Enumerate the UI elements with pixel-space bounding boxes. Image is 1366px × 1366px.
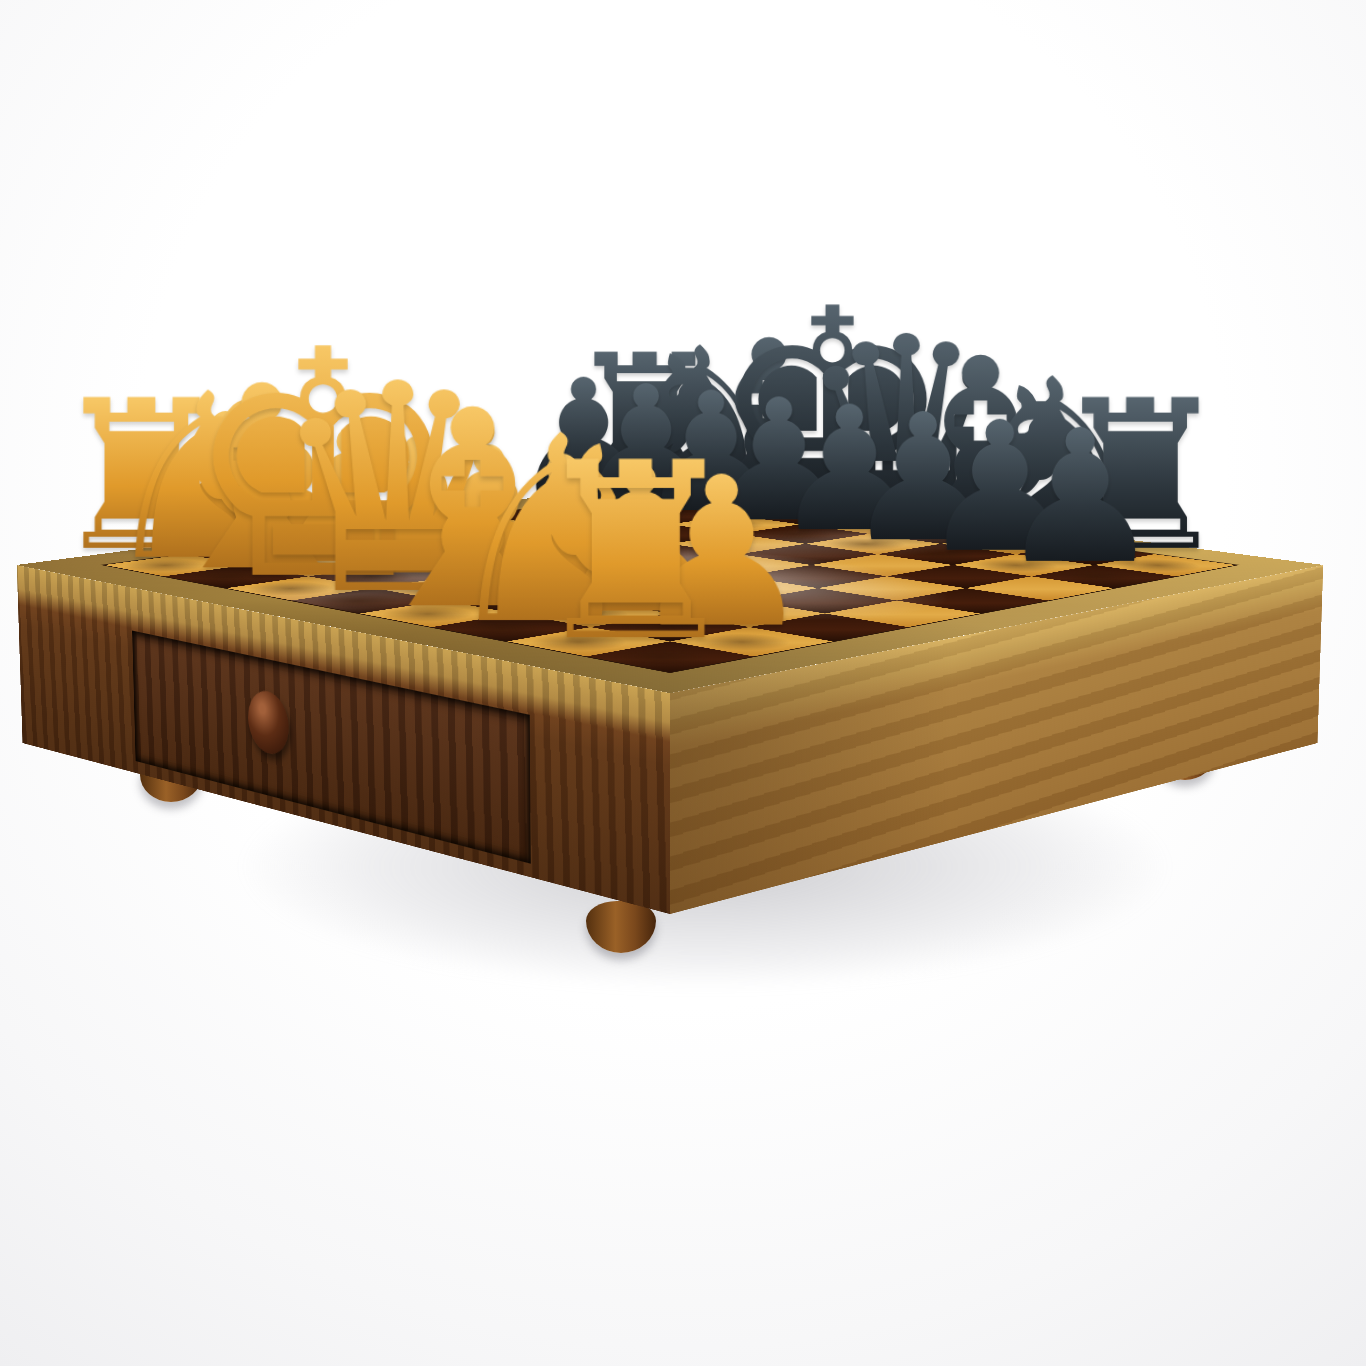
perspective-wrapper: ♜♞♝♛♚♝♞♜♟♟♟♟♟♟♟♟♟♟♟♟♟♟♟♟♜♞♝♛♚♝♞♜: [0, 0, 1366, 1366]
chess-box-3d: ♜♞♝♛♚♝♞♜♟♟♟♟♟♟♟♟♟♟♟♟♟♟♟♟♜♞♝♛♚♝♞♜: [17, 480, 1324, 693]
drawer-knob: [247, 687, 289, 758]
piece-white-rook-a1: ♜: [526, 443, 745, 663]
drawer-front: [132, 631, 530, 864]
piece-black-pawn-a7: ♟: [998, 415, 1162, 580]
product-photo-stage: ♜♞♝♛♚♝♞♜♟♟♟♟♟♟♟♟♟♟♟♟♟♟♟♟♜♞♝♛♚♝♞♜: [0, 0, 1366, 1366]
